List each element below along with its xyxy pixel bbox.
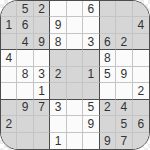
sudoku-cell-r7c1[interactable]: [1, 100, 17, 116]
sudoku-cell-r4c7[interactable]: 8: [100, 50, 116, 66]
sudoku-cell-r2c9[interactable]: 4: [133, 17, 149, 33]
sudoku-cell-r5c5[interactable]: [67, 67, 83, 83]
sudoku-cell-r2c5[interactable]: [67, 17, 83, 33]
sudoku-cell-r7c9[interactable]: [133, 100, 149, 116]
cell-digit: 4: [5, 52, 12, 64]
sudoku-cell-r5c3[interactable]: 3: [34, 67, 50, 83]
sudoku-cell-r7c2[interactable]: 9: [17, 100, 33, 116]
sudoku-cell-r7c4[interactable]: 3: [50, 100, 66, 116]
cell-digit: 7: [38, 101, 45, 113]
sudoku-cell-r1c7[interactable]: [100, 1, 116, 17]
sudoku-cell-r9c4[interactable]: 1: [50, 133, 66, 149]
cell-digit: 6: [104, 36, 111, 48]
sudoku-cell-r1c8[interactable]: [116, 1, 132, 17]
sudoku-cell-r2c1[interactable]: 1: [1, 17, 17, 33]
sudoku-cell-r9c1[interactable]: [1, 133, 17, 149]
sudoku-cell-r3c9[interactable]: [133, 34, 149, 50]
sudoku-cell-r1c6[interactable]: 6: [83, 1, 99, 17]
sudoku-cell-r5c7[interactable]: 5: [100, 67, 116, 83]
sudoku-cell-r8c9[interactable]: 6: [133, 116, 149, 132]
sudoku-cell-r5c2[interactable]: 8: [17, 67, 33, 83]
sudoku-cell-r9c7[interactable]: 9: [100, 133, 116, 149]
cell-digit: 5: [22, 3, 29, 15]
sudoku-cell-r3c4[interactable]: 8: [50, 34, 66, 50]
sudoku-cell-r8c8[interactable]: 5: [116, 116, 132, 132]
cell-digit: 6: [88, 3, 95, 15]
cell-digit: 9: [88, 118, 95, 130]
sudoku-cell-r5c8[interactable]: 9: [116, 67, 132, 83]
sudoku-cell-r7c5[interactable]: [67, 100, 83, 116]
sudoku-cell-r3c2[interactable]: 4: [17, 34, 33, 50]
cell-digit: 9: [38, 36, 45, 48]
sudoku-cell-r9c5[interactable]: [67, 133, 83, 149]
sudoku-cell-r1c1[interactable]: [1, 1, 17, 17]
sudoku-cell-r6c5[interactable]: [67, 83, 83, 99]
sudoku-cell-r8c4[interactable]: [50, 116, 66, 132]
cell-digit: 2: [38, 3, 45, 15]
cell-digit: 6: [22, 19, 29, 31]
cell-digit: 1: [5, 19, 12, 31]
app-background: 526169449836248832159129735242956197: [0, 0, 150, 150]
sudoku-cell-r8c5[interactable]: [67, 116, 83, 132]
cell-digit: 2: [120, 36, 127, 48]
sudoku-cell-r6c8[interactable]: [116, 83, 132, 99]
cell-digit: 9: [104, 135, 111, 147]
sudoku-cell-r4c8[interactable]: [116, 50, 132, 66]
cell-digit: 9: [120, 68, 127, 80]
cell-digit: 9: [55, 19, 62, 31]
sudoku-cell-r2c8[interactable]: [116, 17, 132, 33]
cell-digit: 9: [22, 101, 29, 113]
sudoku-cell-r6c1[interactable]: [1, 83, 17, 99]
cell-digit: 3: [55, 101, 62, 113]
cell-digit: 6: [137, 118, 144, 130]
sudoku-cell-r7c3[interactable]: 7: [34, 100, 50, 116]
sudoku-cell-r8c1[interactable]: 2: [1, 116, 17, 132]
sudoku-cell-r6c2[interactable]: [17, 83, 33, 99]
cell-digit: 1: [55, 135, 62, 147]
sudoku-cell-r7c6[interactable]: 5: [83, 100, 99, 116]
sudoku-cell-r8c7[interactable]: [100, 116, 116, 132]
sudoku-cell-r8c2[interactable]: [17, 116, 33, 132]
cell-digit: 5: [120, 118, 127, 130]
cell-digit: 5: [104, 68, 111, 80]
sudoku-cell-r5c4[interactable]: 2: [50, 67, 66, 83]
sudoku-cell-r2c4[interactable]: 9: [50, 17, 66, 33]
sudoku-cell-r9c3[interactable]: [34, 133, 50, 149]
cell-digit: 3: [38, 68, 45, 80]
sudoku-cell-r4c1[interactable]: 4: [1, 50, 17, 66]
sudoku-cell-r4c6[interactable]: [83, 50, 99, 66]
sudoku-cell-r1c5[interactable]: [67, 1, 83, 17]
sudoku-cell-r2c7[interactable]: [100, 17, 116, 33]
sudoku-cell-r7c7[interactable]: 2: [100, 100, 116, 116]
sudoku-cell-r5c6[interactable]: 1: [83, 67, 99, 83]
sudoku-cell-r4c4[interactable]: [50, 50, 66, 66]
cell-digit: 8: [22, 68, 29, 80]
cell-digit: 2: [55, 68, 62, 80]
sudoku-cell-r1c2[interactable]: 5: [17, 1, 33, 17]
sudoku-cell-r3c7[interactable]: 6: [100, 34, 116, 50]
cell-digit: 8: [55, 36, 62, 48]
cell-digit: 5: [88, 101, 95, 113]
cell-digit: 7: [120, 135, 127, 147]
sudoku-cell-r4c9[interactable]: [133, 50, 149, 66]
cell-digit: 1: [38, 85, 45, 97]
sudoku-cell-r4c3[interactable]: [34, 50, 50, 66]
cell-digit: 8: [104, 52, 111, 64]
cell-digit: 2: [137, 85, 144, 97]
sudoku-cell-r9c2[interactable]: [17, 133, 33, 149]
sudoku-cell-r3c5[interactable]: [67, 34, 83, 50]
cell-digit: 3: [88, 36, 95, 48]
sudoku-cell-r6c4[interactable]: [50, 83, 66, 99]
sudoku-cell-r1c4[interactable]: [50, 1, 66, 17]
sudoku-cell-r3c8[interactable]: 2: [116, 34, 132, 50]
sudoku-cell-r6c7[interactable]: [100, 83, 116, 99]
sudoku-cell-r4c5[interactable]: [67, 50, 83, 66]
sudoku-cell-r2c3[interactable]: [34, 17, 50, 33]
sudoku-cell-r9c8[interactable]: 7: [116, 133, 132, 149]
sudoku-cell-r6c3[interactable]: 1: [34, 83, 50, 99]
sudoku-cell-r8c3[interactable]: [34, 116, 50, 132]
cell-digit: 4: [22, 36, 29, 48]
cell-digit: 2: [104, 101, 111, 113]
sudoku-cell-r2c6[interactable]: [83, 17, 99, 33]
sudoku-cell-r3c1[interactable]: [1, 34, 17, 50]
sudoku-cell-r7c8[interactable]: 4: [116, 100, 132, 116]
sudoku-cell-r3c3[interactable]: 9: [34, 34, 50, 50]
cell-digit: 2: [5, 118, 12, 130]
sudoku-cell-r5c9[interactable]: [133, 67, 149, 83]
cell-digit: 4: [137, 19, 144, 31]
cell-digit: 1: [88, 68, 95, 80]
cell-digit: 4: [120, 101, 127, 113]
sudoku-cell-r5c1[interactable]: [1, 67, 17, 83]
sudoku-board: 526169449836248832159129735242956197: [0, 0, 150, 150]
sudoku-cell-r6c6[interactable]: [83, 83, 99, 99]
sudoku-cell-r8c6[interactable]: 9: [83, 116, 99, 132]
sudoku-cell-r3c6[interactable]: 3: [83, 34, 99, 50]
sudoku-cell-r1c3[interactable]: 2: [34, 1, 50, 17]
sudoku-cell-r9c6[interactable]: [83, 133, 99, 149]
sudoku-cell-r1c9[interactable]: [133, 1, 149, 17]
sudoku-cell-r2c2[interactable]: 6: [17, 17, 33, 33]
sudoku-cell-r4c2[interactable]: [17, 50, 33, 66]
sudoku-cell-r6c9[interactable]: 2: [133, 83, 149, 99]
sudoku-cell-r9c9[interactable]: [133, 133, 149, 149]
